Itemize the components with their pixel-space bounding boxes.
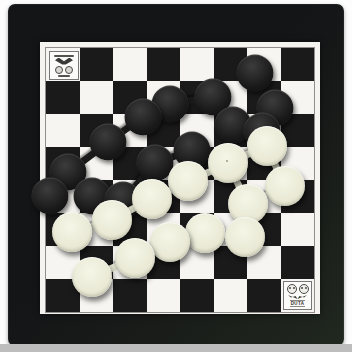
board-square-f4[interactable] (214, 147, 248, 180)
board-square-f6[interactable] (214, 213, 248, 246)
wings-icon (288, 295, 307, 299)
board-square-g6[interactable] (247, 213, 281, 246)
brand-sticker-top-left (49, 51, 79, 80)
brand-sticker-bottom-right: DUTA (283, 281, 312, 310)
brand-banner-text: DUTA (290, 300, 305, 307)
trophy-pair-icon (55, 66, 73, 74)
board-square-a6[interactable] (46, 213, 80, 246)
board-square-e4[interactable] (180, 147, 214, 180)
board-square-b8[interactable] (80, 279, 114, 312)
board-square-d5[interactable] (147, 180, 181, 213)
board-square-b2[interactable] (80, 81, 114, 114)
board-square-a5[interactable] (46, 180, 80, 213)
board-square-f1[interactable] (214, 48, 248, 81)
board-square-a3[interactable] (46, 114, 80, 147)
board-square-c8[interactable] (113, 279, 147, 312)
photo-edge-shadow (0, 344, 352, 352)
board-square-d4[interactable] (147, 147, 181, 180)
board-square-e3[interactable] (180, 114, 214, 147)
board-square-b4[interactable] (80, 147, 114, 180)
board-square-h3[interactable] (281, 114, 315, 147)
board-square-e2[interactable] (180, 81, 214, 114)
board-square-f3[interactable] (214, 114, 248, 147)
board-square-f7[interactable] (214, 246, 248, 279)
board-square-b5[interactable] (80, 180, 114, 213)
board-square-c5[interactable] (113, 180, 147, 213)
board-square-b3[interactable] (80, 114, 114, 147)
board-square-d8[interactable] (147, 279, 181, 312)
board-square-c4[interactable] (113, 147, 147, 180)
board-square-e5[interactable] (180, 180, 214, 213)
checkerboard (45, 47, 315, 313)
twin-faces-emblem-icon (287, 284, 309, 294)
board-square-c2[interactable] (113, 81, 147, 114)
board-square-e1[interactable] (180, 48, 214, 81)
board-square-f2[interactable] (214, 81, 248, 114)
board-square-g3[interactable] (247, 114, 281, 147)
board-square-d1[interactable] (147, 48, 181, 81)
board-square-a7[interactable] (46, 246, 80, 279)
board-square-b1[interactable] (80, 48, 114, 81)
board-square-h6[interactable] (281, 213, 315, 246)
board-square-h1[interactable] (281, 48, 315, 81)
eagle-emblem-icon (55, 58, 73, 65)
sticker-text-bar (54, 55, 74, 57)
board-square-h5[interactable] (281, 180, 315, 213)
board-square-e6[interactable] (180, 213, 214, 246)
board-square-g7[interactable] (247, 246, 281, 279)
board-square-h7[interactable] (281, 246, 315, 279)
board-square-d2[interactable] (147, 81, 181, 114)
board-square-a8[interactable] (46, 279, 80, 312)
board-square-a2[interactable] (46, 81, 80, 114)
board-square-h4[interactable] (281, 147, 315, 180)
board-square-g4[interactable] (247, 147, 281, 180)
board-square-d6[interactable] (147, 213, 181, 246)
board-square-c6[interactable] (113, 213, 147, 246)
board-square-f5[interactable] (214, 180, 248, 213)
board-square-a4[interactable] (46, 147, 80, 180)
board-square-d3[interactable] (147, 114, 181, 147)
sticker-text-bar (58, 75, 70, 77)
board-square-c1[interactable] (113, 48, 147, 81)
board-square-g2[interactable] (247, 81, 281, 114)
board-square-b6[interactable] (80, 213, 114, 246)
board-square-g5[interactable] (247, 180, 281, 213)
board-square-c7[interactable] (113, 246, 147, 279)
board-square-b7[interactable] (80, 246, 114, 279)
board-square-g8[interactable] (247, 279, 281, 312)
board-square-d7[interactable] (147, 246, 181, 279)
board-square-f8[interactable] (214, 279, 248, 312)
board-square-c3[interactable] (113, 114, 147, 147)
board-square-h2[interactable] (281, 81, 315, 114)
board-square-g1[interactable] (247, 48, 281, 81)
board-square-e7[interactable] (180, 246, 214, 279)
product-photo: DUTA (0, 0, 352, 352)
board-square-e8[interactable] (180, 279, 214, 312)
